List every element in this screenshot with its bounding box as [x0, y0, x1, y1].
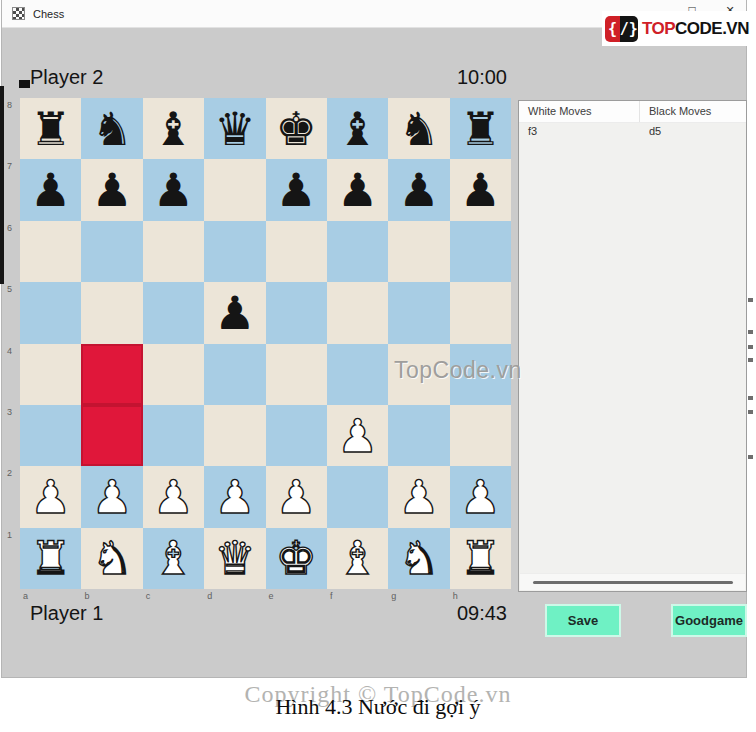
logo-text-top: TOP: [642, 19, 675, 39]
goodgame-button[interactable]: Goodgame: [671, 604, 747, 637]
piece-white-pawn: ♟: [91, 474, 132, 520]
piece-black-pawn: ♟: [214, 290, 255, 336]
piece-black-queen: ♛: [214, 106, 255, 152]
screenshot-stage: Chess – □ ✕ Player 2 10:00 ♜♞♝♛♚♝♞♜♟♟♟♟♟…: [0, 0, 756, 732]
square-f2[interactable]: [327, 466, 388, 527]
square-c5[interactable]: [143, 282, 204, 343]
moves-list-header: White Moves Black Moves: [519, 101, 746, 123]
rank-label-6: 6: [7, 223, 17, 233]
save-button[interactable]: Save: [545, 604, 621, 637]
square-d8[interactable]: ♛: [204, 98, 265, 159]
square-e3[interactable]: [266, 405, 327, 466]
square-c8[interactable]: ♝: [143, 98, 204, 159]
square-e6[interactable]: [266, 221, 327, 282]
square-a8[interactable]: ♜: [20, 98, 81, 159]
square-a5[interactable]: [20, 282, 81, 343]
square-f5[interactable]: [327, 282, 388, 343]
rank-label-4: 4: [7, 346, 17, 356]
piece-black-bishop: ♝: [153, 106, 194, 152]
square-c3[interactable]: [143, 405, 204, 466]
player2-name: Player 2: [30, 66, 103, 89]
piece-white-knight: ♞: [398, 535, 439, 581]
square-b6[interactable]: [81, 221, 142, 282]
player1-clock: 09:43: [397, 602, 507, 625]
chess-app-icon: [12, 7, 25, 20]
square-g8[interactable]: ♞: [388, 98, 449, 159]
moves-horizontal-scrollbar[interactable]: [520, 573, 745, 590]
square-c7[interactable]: ♟: [143, 159, 204, 220]
piece-white-pawn: ♟: [337, 413, 378, 459]
square-g3[interactable]: [388, 405, 449, 466]
black-move-cell: d5: [640, 123, 661, 140]
chess-board: ♜♞♝♛♚♝♞♜♟♟♟♟♟♟♟♟♟♟♟♟♟♟♟♟♜♞♝♛♚♝♞♜: [20, 98, 511, 589]
file-label-f: f: [330, 591, 333, 601]
square-g7[interactable]: ♟: [388, 159, 449, 220]
square-a4[interactable]: [20, 344, 81, 405]
square-a6[interactable]: [20, 221, 81, 282]
piece-white-pawn: ♟: [398, 474, 439, 520]
piece-white-pawn: ♟: [460, 474, 501, 520]
square-d2[interactable]: ♟: [204, 466, 265, 527]
rank-label-1: 1: [7, 530, 17, 540]
square-b4[interactable]: [81, 344, 142, 405]
rank-label-2: 2: [7, 468, 17, 478]
square-g1[interactable]: ♞: [388, 528, 449, 589]
square-a1[interactable]: ♜: [20, 528, 81, 589]
square-f1[interactable]: ♝: [327, 528, 388, 589]
piece-black-bishop: ♝: [337, 106, 378, 152]
square-e5[interactable]: [266, 282, 327, 343]
figure-caption: Hình 4.3 Nước đi gợi ý: [0, 694, 756, 720]
piece-white-knight: ♞: [91, 535, 132, 581]
piece-black-pawn: ♟: [337, 167, 378, 213]
piece-white-rook: ♜: [460, 535, 501, 581]
rank-label-8: 8: [7, 100, 17, 110]
file-label-e: e: [269, 591, 274, 601]
square-a3[interactable]: [20, 405, 81, 466]
piece-black-pawn: ♟: [276, 167, 317, 213]
black-moves-column-header: Black Moves: [640, 101, 746, 122]
board-watermark-text: TopCode.vn: [394, 357, 522, 384]
file-label-d: d: [207, 591, 212, 601]
square-g2[interactable]: ♟: [388, 466, 449, 527]
piece-black-pawn: ♟: [398, 167, 439, 213]
square-e4[interactable]: [266, 344, 327, 405]
window-title: Chess: [33, 8, 64, 20]
rank-label-7: 7: [7, 161, 17, 171]
square-f8[interactable]: ♝: [327, 98, 388, 159]
piece-white-pawn: ♟: [276, 474, 317, 520]
edge-artifact-mark: [748, 396, 753, 400]
piece-black-king: ♚: [276, 106, 317, 152]
square-d3[interactable]: [204, 405, 265, 466]
square-d1[interactable]: ♛: [204, 528, 265, 589]
square-e8[interactable]: ♚: [266, 98, 327, 159]
piece-white-pawn: ♟: [30, 474, 71, 520]
piece-black-rook: ♜: [460, 106, 501, 152]
piece-white-queen: ♛: [214, 535, 255, 581]
square-b2[interactable]: ♟: [81, 466, 142, 527]
piece-white-pawn: ♟: [153, 474, 194, 520]
square-b1[interactable]: ♞: [81, 528, 142, 589]
square-b7[interactable]: ♟: [81, 159, 142, 220]
square-c1[interactable]: ♝: [143, 528, 204, 589]
square-d6[interactable]: [204, 221, 265, 282]
piece-white-bishop: ♝: [337, 535, 378, 581]
rank-label-3: 3: [7, 407, 17, 417]
square-f3[interactable]: ♟: [327, 405, 388, 466]
file-label-g: g: [391, 591, 396, 601]
square-d7[interactable]: [204, 159, 265, 220]
piece-white-pawn: ♟: [214, 474, 255, 520]
edge-artifact-mark: [748, 345, 753, 349]
edge-artifact-mark: [748, 330, 753, 334]
square-b5[interactable]: [81, 282, 142, 343]
logo-left-badge: {: [605, 16, 620, 42]
square-a7[interactable]: ♟: [20, 159, 81, 220]
piece-black-pawn: ♟: [91, 167, 132, 213]
square-c6[interactable]: [143, 221, 204, 282]
square-g5[interactable]: [388, 282, 449, 343]
square-h3[interactable]: [450, 405, 511, 466]
square-c4[interactable]: [143, 344, 204, 405]
square-f4[interactable]: [327, 344, 388, 405]
file-label-h: h: [453, 591, 458, 601]
move-row[interactable]: f3d5: [519, 123, 746, 140]
player2-clock: 10:00: [397, 66, 507, 89]
edge-artifact-mark: [748, 358, 753, 362]
square-f7[interactable]: ♟: [327, 159, 388, 220]
square-c2[interactable]: ♟: [143, 466, 204, 527]
piece-black-pawn: ♟: [460, 167, 501, 213]
piece-black-knight: ♞: [398, 106, 439, 152]
square-f6[interactable]: [327, 221, 388, 282]
edge-artifact-mark: [748, 298, 753, 302]
square-d4[interactable]: [204, 344, 265, 405]
edge-artifact-mark: [748, 410, 753, 414]
piece-black-knight: ♞: [91, 106, 132, 152]
square-h1[interactable]: ♜: [450, 528, 511, 589]
square-h2[interactable]: ♟: [450, 466, 511, 527]
logo-right-badge: /}: [620, 16, 638, 42]
white-move-cell: f3: [519, 123, 640, 140]
square-b8[interactable]: ♞: [81, 98, 142, 159]
square-h7[interactable]: ♟: [450, 159, 511, 220]
file-label-a: a: [23, 591, 28, 601]
player1-name: Player 1: [30, 602, 103, 625]
white-moves-column-header: White Moves: [519, 101, 640, 122]
square-h5[interactable]: [450, 282, 511, 343]
chess-app-window: Chess – □ ✕ Player 2 10:00 ♜♞♝♛♚♝♞♜♟♟♟♟♟…: [1, 0, 747, 678]
square-a2[interactable]: ♟: [20, 466, 81, 527]
square-h8[interactable]: ♜: [450, 98, 511, 159]
square-e1[interactable]: ♚: [266, 528, 327, 589]
topcode-logo: { /} TOP CODE.VN: [602, 11, 749, 46]
scrollbar-thumb[interactable]: [533, 581, 733, 584]
piece-black-rook: ♜: [30, 106, 71, 152]
square-b3[interactable]: [81, 405, 142, 466]
file-label-c: c: [146, 591, 151, 601]
piece-black-pawn: ♟: [30, 167, 71, 213]
piece-white-king: ♚: [276, 535, 317, 581]
logo-text-code: CODE.VN: [675, 19, 749, 39]
moves-list-panel[interactable]: White Moves Black Moves f3d5: [518, 100, 747, 592]
square-d5[interactable]: ♟: [204, 282, 265, 343]
square-h6[interactable]: [450, 221, 511, 282]
screenshot-artifact-corner-mark: [19, 80, 30, 88]
square-e2[interactable]: ♟: [266, 466, 327, 527]
file-label-b: b: [84, 591, 89, 601]
square-e7[interactable]: ♟: [266, 159, 327, 220]
square-g6[interactable]: [388, 221, 449, 282]
piece-white-bishop: ♝: [153, 535, 194, 581]
piece-white-rook: ♜: [30, 535, 71, 581]
rank-label-5: 5: [7, 284, 17, 294]
screenshot-artifact-left-strip: [0, 86, 4, 284]
edge-artifact-mark: [748, 455, 753, 459]
moves-list-body: f3d5: [519, 123, 746, 140]
piece-black-pawn: ♟: [153, 167, 194, 213]
